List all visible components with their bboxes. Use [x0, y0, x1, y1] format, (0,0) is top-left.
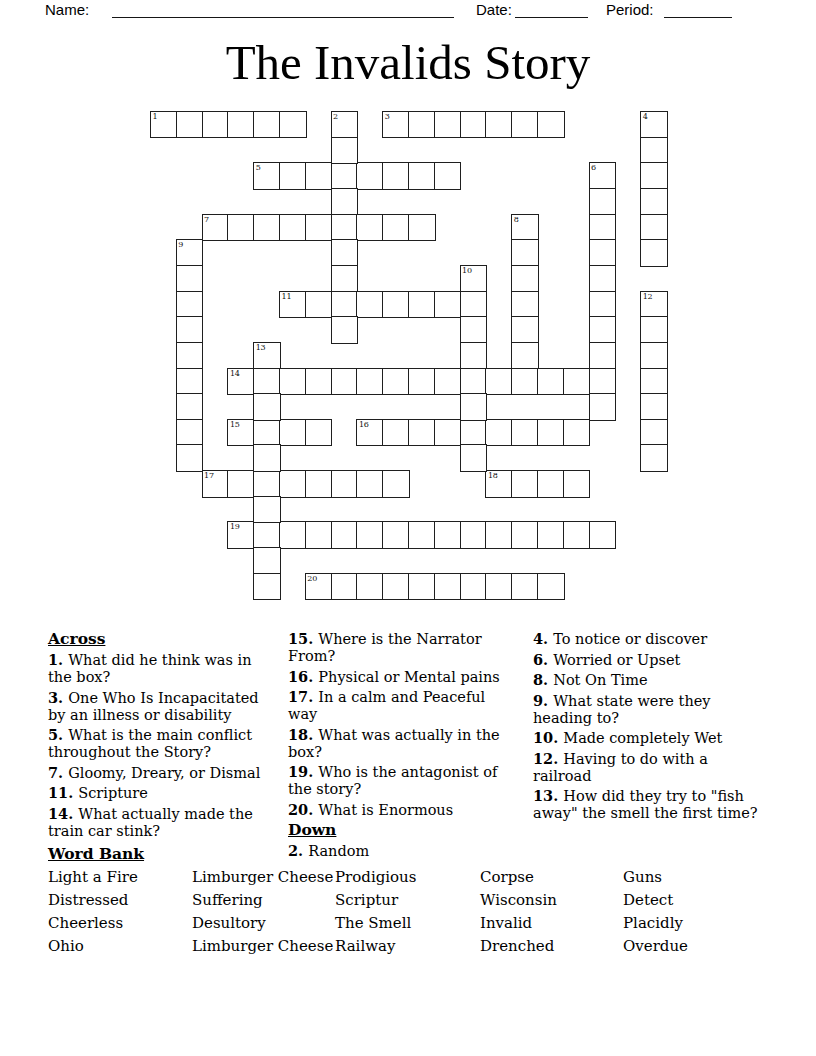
- clue-number: 16.: [288, 668, 318, 685]
- grid-number-11: 11: [282, 292, 292, 301]
- word-bank-item: Distressed: [48, 889, 138, 912]
- clue-number: 3.: [48, 689, 68, 706]
- date-label: Date:: [476, 1, 512, 19]
- clue-across-19: 19. Who is the antagonist of the story?: [288, 763, 506, 798]
- cell-r4c18[interactable]: [589, 188, 617, 215]
- clue-across-7: 7. Gloomy, Dreary, or Dismal: [48, 764, 262, 782]
- cell-r17c4[interactable]: 19: [227, 521, 255, 548]
- cell-r9c18[interactable]: [589, 316, 617, 343]
- grid-number-2: 2: [333, 112, 338, 121]
- clue-text: Random: [308, 843, 369, 859]
- word-bank-column-3: ProdigiousScripturThe SmellRailway: [335, 866, 416, 958]
- clue-number: 15.: [288, 630, 318, 647]
- clue-text: Physical or Mental pains: [318, 669, 499, 685]
- cell-r1c13[interactable]: [460, 111, 488, 138]
- cell-r12c5[interactable]: [253, 393, 281, 420]
- cell-r7c13[interactable]: 10: [460, 265, 488, 292]
- clue-text: What is the main conflict throughout the…: [48, 727, 252, 760]
- cell-r10c18[interactable]: [589, 342, 617, 369]
- word-bank-item: Suffering: [192, 889, 333, 912]
- cell-r11c17[interactable]: [563, 368, 591, 395]
- grid-number-8: 8: [514, 215, 519, 224]
- grid-number-12: 12: [643, 292, 653, 301]
- cell-r8c20[interactable]: 12: [640, 291, 668, 318]
- word-bank-column-2: Limburger CheeseSufferingDesultoryLimbur…: [192, 866, 333, 958]
- cell-r10c20[interactable]: [640, 342, 668, 369]
- clue-text: Gloomy, Dreary, or Dismal: [68, 765, 260, 781]
- cell-r15c4[interactable]: [227, 470, 255, 497]
- cell-r8c8[interactable]: [331, 291, 359, 318]
- cell-r1c15[interactable]: [511, 111, 539, 138]
- clue-down-13: 13. How did they try to "fish away" the …: [533, 787, 761, 822]
- cell-r7c15[interactable]: [511, 265, 539, 292]
- cell-r13c5[interactable]: [253, 419, 281, 446]
- cell-r7c8[interactable]: [331, 265, 359, 292]
- cell-r19c13[interactable]: [460, 573, 488, 600]
- worksheet-page: Name: Date: Period: The Invalids Story 1…: [0, 0, 816, 1056]
- cell-r1c2[interactable]: [176, 111, 204, 138]
- cell-r17c11[interactable]: [408, 521, 436, 548]
- cell-r7c2[interactable]: [176, 265, 204, 292]
- clue-number: 12.: [533, 750, 563, 767]
- clue-text: Worried or Upset: [553, 652, 680, 668]
- clue-number: 13.: [533, 787, 563, 804]
- cell-r19c16[interactable]: [537, 573, 565, 600]
- cell-r8c7[interactable]: [305, 291, 333, 318]
- clue-across-11: 11. Scripture: [48, 784, 262, 802]
- clue-across-16: 16. Physical or Mental pains: [288, 668, 506, 686]
- clue-across-1: 1. What did he think was in the box?: [48, 651, 262, 686]
- cell-r6c15[interactable]: [511, 239, 539, 266]
- clue-text: What was actually in the box?: [288, 727, 500, 760]
- clue-number: 4.: [533, 630, 553, 647]
- cell-r14c20[interactable]: [640, 444, 668, 471]
- period-blank-line[interactable]: [664, 2, 732, 18]
- cell-r2c20[interactable]: [640, 137, 668, 164]
- cell-r11c20[interactable]: [640, 368, 668, 395]
- cell-r5c20[interactable]: [640, 214, 668, 241]
- cell-r5c7[interactable]: [305, 214, 333, 241]
- cell-r15c10[interactable]: [382, 470, 410, 497]
- word-bank-item: Wisconsin: [480, 889, 557, 912]
- cell-r8c18[interactable]: [589, 291, 617, 318]
- cell-r1c8[interactable]: 2: [331, 111, 359, 138]
- cell-r4c8[interactable]: [331, 188, 359, 215]
- cell-r19c7[interactable]: 20: [305, 573, 333, 600]
- cell-r16c5[interactable]: [253, 496, 281, 523]
- cell-r1c3[interactable]: [202, 111, 230, 138]
- clue-text: What did he think was in the box?: [48, 652, 251, 685]
- cell-r17c13[interactable]: [460, 521, 488, 548]
- grid-number-20: 20: [307, 574, 317, 583]
- cell-r1c1[interactable]: 1: [150, 111, 178, 138]
- cell-r5c5[interactable]: [253, 214, 281, 241]
- cell-r12c2[interactable]: [176, 393, 204, 420]
- clue-text: Where is the Narrator From?: [288, 631, 482, 664]
- cell-r3c7[interactable]: [305, 162, 333, 189]
- cell-r2c8[interactable]: [331, 137, 359, 164]
- word-bank-item: The Smell: [335, 912, 416, 935]
- cell-r11c13[interactable]: [460, 368, 488, 395]
- cell-r13c13[interactable]: [460, 419, 488, 446]
- cell-r19c15[interactable]: [511, 573, 539, 600]
- cell-r15c17[interactable]: [563, 470, 591, 497]
- cell-r11c2[interactable]: [176, 368, 204, 395]
- clue-text: Made completely Wet: [563, 730, 722, 746]
- clue-number: 11.: [48, 784, 78, 801]
- cell-r15c16[interactable]: [537, 470, 565, 497]
- word-bank-column-5: GunsDetectPlacidlyOverdue: [623, 866, 688, 958]
- clue-across-20: 20. What is Enormous: [288, 801, 506, 819]
- cell-r10c13[interactable]: [460, 342, 488, 369]
- cell-r3c5[interactable]: 5: [253, 162, 281, 189]
- clue-number: 6.: [533, 651, 553, 668]
- date-blank-line[interactable]: [515, 2, 588, 18]
- clue-number: 14.: [48, 805, 78, 822]
- clue-text: How did they try to "fish away" the smel…: [533, 788, 758, 821]
- cell-r11c10[interactable]: [382, 368, 410, 395]
- cell-r3c8[interactable]: [331, 162, 359, 189]
- cell-r11c4[interactable]: 14: [227, 368, 255, 395]
- word-bank-item: Placidly: [623, 912, 688, 935]
- cell-r13c16[interactable]: [537, 419, 565, 446]
- cell-r1c10[interactable]: 3: [382, 111, 410, 138]
- cell-r15c8[interactable]: [331, 470, 359, 497]
- cell-r3c18[interactable]: 6: [589, 162, 617, 189]
- word-bank-item: Guns: [623, 866, 688, 889]
- clue-number: 2.: [288, 842, 308, 859]
- cell-r7c18[interactable]: [589, 265, 617, 292]
- name-label: Name:: [45, 1, 89, 19]
- cell-r9c13[interactable]: [460, 316, 488, 343]
- cell-r3c20[interactable]: [640, 162, 668, 189]
- cell-r1c16[interactable]: [537, 111, 565, 138]
- cell-r15c5[interactable]: [253, 470, 281, 497]
- cell-r17c5[interactable]: [253, 521, 281, 548]
- cell-r17c8[interactable]: [331, 521, 359, 548]
- cell-r6c8[interactable]: [331, 239, 359, 266]
- cell-r10c5[interactable]: 13: [253, 342, 281, 369]
- cell-r13c2[interactable]: [176, 419, 204, 446]
- cell-r17c18[interactable]: [589, 521, 617, 548]
- cell-r8c12[interactable]: [434, 291, 462, 318]
- cell-r11c7[interactable]: [305, 368, 333, 395]
- cell-r9c8[interactable]: [331, 316, 359, 343]
- cell-r19c10[interactable]: [382, 573, 410, 600]
- cell-r10c2[interactable]: [176, 342, 204, 369]
- cell-r19c9[interactable]: [356, 573, 384, 600]
- period-label: Period:: [606, 1, 654, 19]
- clue-across-14: 14. What actually made the train car sti…: [48, 805, 262, 840]
- cell-r17c15[interactable]: [511, 521, 539, 548]
- cell-r14c5[interactable]: [253, 444, 281, 471]
- word-bank-item: Limburger Cheese: [192, 935, 333, 958]
- word-bank-column-4: CorpseWisconsinInvalidDrenched: [480, 866, 557, 958]
- clue-across-17: 17. In a calm and Peaceful way: [288, 688, 506, 723]
- cell-r19c8[interactable]: [331, 573, 359, 600]
- clue-text: What state were they heading to?: [533, 693, 711, 726]
- cell-r15c14[interactable]: 18: [485, 470, 513, 497]
- cell-r19c14[interactable]: [485, 573, 513, 600]
- cell-r5c4[interactable]: [227, 214, 255, 241]
- grid-number-4: 4: [643, 112, 648, 121]
- word-bank-item: Desultory: [192, 912, 333, 935]
- cell-r11c18[interactable]: [589, 368, 617, 395]
- clue-down-4: 4. To notice or discover: [533, 630, 761, 648]
- clue-text: One Who Is Incapacitated by an illness o…: [48, 690, 259, 723]
- grid-number-14: 14: [230, 369, 240, 378]
- cell-r19c11[interactable]: [408, 573, 436, 600]
- clue-text: What actually made the train car stink?: [48, 806, 253, 839]
- cell-r8c11[interactable]: [408, 291, 436, 318]
- cell-r1c6[interactable]: [279, 111, 307, 138]
- cell-r1c20[interactable]: 4: [640, 111, 668, 138]
- grid-number-15: 15: [230, 420, 240, 429]
- across-header: Across: [48, 630, 262, 647]
- word-bank-item: Scriptur: [335, 889, 416, 912]
- cell-r17c14[interactable]: [485, 521, 513, 548]
- clue-down-2: 2. Random: [288, 842, 506, 860]
- clue-number: 7.: [48, 764, 68, 781]
- cell-r12c13[interactable]: [460, 393, 488, 420]
- clue-number: 9.: [533, 692, 553, 709]
- grid-number-18: 18: [488, 471, 498, 480]
- cell-r3c10[interactable]: [382, 162, 410, 189]
- clue-across-15: 15. Where is the Narrator From?: [288, 630, 506, 665]
- cell-r10c15[interactable]: [511, 342, 539, 369]
- clue-number: 1.: [48, 651, 68, 668]
- clue-down-12: 12. Having to do with a railroad: [533, 750, 761, 785]
- cell-r5c3[interactable]: 7: [202, 214, 230, 241]
- cell-r18c5[interactable]: [253, 547, 281, 574]
- cell-r8c9[interactable]: [356, 291, 384, 318]
- cell-r6c18[interactable]: [589, 239, 617, 266]
- name-blank-line[interactable]: [112, 2, 454, 18]
- cell-r13c4[interactable]: 15: [227, 419, 255, 446]
- cell-r6c2[interactable]: 9: [176, 239, 204, 266]
- cell-r11c5[interactable]: [253, 368, 281, 395]
- cell-r8c15[interactable]: [511, 291, 539, 318]
- grid-number-3: 3: [385, 112, 390, 121]
- cell-r19c12[interactable]: [434, 573, 462, 600]
- clue-down-10: 10. Made completely Wet: [533, 729, 761, 747]
- cell-r9c15[interactable]: [511, 316, 539, 343]
- cell-r13c20[interactable]: [640, 419, 668, 446]
- clue-number: 17.: [288, 688, 318, 705]
- clue-text: Scripture: [78, 785, 148, 801]
- cell-r4c20[interactable]: [640, 188, 668, 215]
- word-bank-item: Corpse: [480, 866, 557, 889]
- word-bank-item: Cheerless: [48, 912, 138, 935]
- cell-r12c18[interactable]: [589, 393, 617, 420]
- clue-across-5: 5. What is the main conflict throughout …: [48, 726, 262, 761]
- cell-r13c10[interactable]: [382, 419, 410, 446]
- cell-r17c9[interactable]: [356, 521, 384, 548]
- cell-r1c11[interactable]: [408, 111, 436, 138]
- cell-r13c11[interactable]: [408, 419, 436, 446]
- clue-down-8: 8. Not On Time: [533, 671, 761, 689]
- cell-r17c17[interactable]: [563, 521, 591, 548]
- grid-number-16: 16: [359, 420, 369, 429]
- word-bank-item: Prodigious: [335, 866, 416, 889]
- grid-number-7: 7: [204, 215, 209, 224]
- cell-r5c15[interactable]: 8: [511, 214, 539, 241]
- cell-r11c16[interactable]: [537, 368, 565, 395]
- cell-r8c10[interactable]: [382, 291, 410, 318]
- clue-down-6: 6. Worried or Upset: [533, 651, 761, 669]
- cell-r15c3[interactable]: 17: [202, 470, 230, 497]
- grid-number-19: 19: [230, 522, 240, 531]
- cell-r8c13[interactable]: [460, 291, 488, 318]
- cell-r5c18[interactable]: [589, 214, 617, 241]
- clue-text: To notice or discover: [553, 631, 707, 647]
- cell-r8c2[interactable]: [176, 291, 204, 318]
- cell-r3c6[interactable]: [279, 162, 307, 189]
- cell-r19c5[interactable]: [253, 573, 281, 600]
- clue-across-3: 3. One Who Is Incapacitated by an illnes…: [48, 689, 262, 724]
- clue-number: 5.: [48, 726, 68, 743]
- grid-number-17: 17: [204, 471, 214, 480]
- word-bank-item: Light a Fire: [48, 866, 138, 889]
- cell-r5c11[interactable]: [408, 214, 436, 241]
- word-bank-item: Overdue: [623, 935, 688, 958]
- cell-r3c11[interactable]: [408, 162, 436, 189]
- clue-text: Not On Time: [553, 672, 647, 688]
- cell-r5c9[interactable]: [356, 214, 384, 241]
- cell-r17c12[interactable]: [434, 521, 462, 548]
- cell-r11c8[interactable]: [331, 368, 359, 395]
- grid-number-13: 13: [256, 343, 266, 352]
- word-bank-item: Limburger Cheese: [192, 866, 333, 889]
- cell-r11c6[interactable]: [279, 368, 307, 395]
- word-bank-item: Drenched: [480, 935, 557, 958]
- cell-r1c12[interactable]: [434, 111, 462, 138]
- clue-down-9: 9. What state were they heading to?: [533, 692, 761, 727]
- cell-r17c16[interactable]: [537, 521, 565, 548]
- cell-r1c14[interactable]: [485, 111, 513, 138]
- cell-r13c17[interactable]: [563, 419, 591, 446]
- cell-r11c11[interactable]: [408, 368, 436, 395]
- cell-r13c7[interactable]: [305, 419, 333, 446]
- clue-number: 8.: [533, 671, 553, 688]
- page-title: The Invalids Story: [0, 36, 816, 91]
- cell-r3c12[interactable]: [434, 162, 462, 189]
- cell-r11c9[interactable]: [356, 368, 384, 395]
- cell-r8c6[interactable]: 11: [279, 291, 307, 318]
- cell-r15c7[interactable]: [305, 470, 333, 497]
- cell-r6c20[interactable]: [640, 239, 668, 266]
- cell-r14c2[interactable]: [176, 444, 204, 471]
- cell-r13c15[interactable]: [511, 419, 539, 446]
- cell-r9c2[interactable]: [176, 316, 204, 343]
- word-bank-column-1: Light a FireDistressedCheerlessOhio: [48, 866, 138, 958]
- cell-r5c6[interactable]: [279, 214, 307, 241]
- cell-r13c9[interactable]: 16: [356, 419, 384, 446]
- cell-r11c15[interactable]: [511, 368, 539, 395]
- cell-r13c14[interactable]: [485, 419, 513, 446]
- down-header: Down: [288, 821, 506, 838]
- grid-number-1: 1: [153, 112, 158, 121]
- clue-number: 19.: [288, 763, 318, 780]
- clue-number: 18.: [288, 726, 318, 743]
- cell-r11c14[interactable]: [485, 368, 513, 395]
- grid-number-6: 6: [591, 163, 596, 172]
- cell-r3c9[interactable]: [356, 162, 384, 189]
- clue-text: What is Enormous: [318, 802, 453, 818]
- cell-r5c8[interactable]: [331, 214, 359, 241]
- cell-r1c4[interactable]: [227, 111, 255, 138]
- cell-r17c10[interactable]: [382, 521, 410, 548]
- word-bank-item: Invalid: [480, 912, 557, 935]
- cell-r9c20[interactable]: [640, 316, 668, 343]
- grid-number-9: 9: [178, 240, 183, 249]
- clue-column-1: Across1. What did he think was in the bo…: [48, 630, 262, 842]
- grid-number-10: 10: [462, 266, 472, 275]
- word-bank-item: Ohio: [48, 935, 138, 958]
- word-bank-item: Detect: [623, 889, 688, 912]
- cell-r13c6[interactable]: [279, 419, 307, 446]
- clue-text: Who is the antagonist of the story?: [288, 764, 497, 797]
- cell-r15c15[interactable]: [511, 470, 539, 497]
- clue-column-3: 4. To notice or discover6. Worried or Up…: [533, 630, 761, 825]
- cell-r15c6[interactable]: [279, 470, 307, 497]
- cell-r12c20[interactable]: [640, 393, 668, 420]
- cell-r15c9[interactable]: [356, 470, 384, 497]
- clue-number: 20.: [288, 801, 318, 818]
- cell-r17c7[interactable]: [305, 521, 333, 548]
- cell-r11c12[interactable]: [434, 368, 462, 395]
- grid-number-5: 5: [256, 163, 261, 172]
- cell-r13c12[interactable]: [434, 419, 462, 446]
- cell-r5c10[interactable]: [382, 214, 410, 241]
- clue-column-2: 15. Where is the Narrator From?16. Physi…: [288, 630, 506, 863]
- clue-text: In a calm and Peaceful way: [288, 689, 485, 722]
- word-bank-item: Railway: [335, 935, 416, 958]
- cell-r17c6[interactable]: [279, 521, 307, 548]
- clue-number: 10.: [533, 729, 563, 746]
- cell-r1c5[interactable]: [253, 111, 281, 138]
- word-bank-header: Word Bank: [48, 844, 144, 863]
- clue-across-18: 18. What was actually in the box?: [288, 726, 506, 761]
- cell-r14c13[interactable]: [460, 444, 488, 471]
